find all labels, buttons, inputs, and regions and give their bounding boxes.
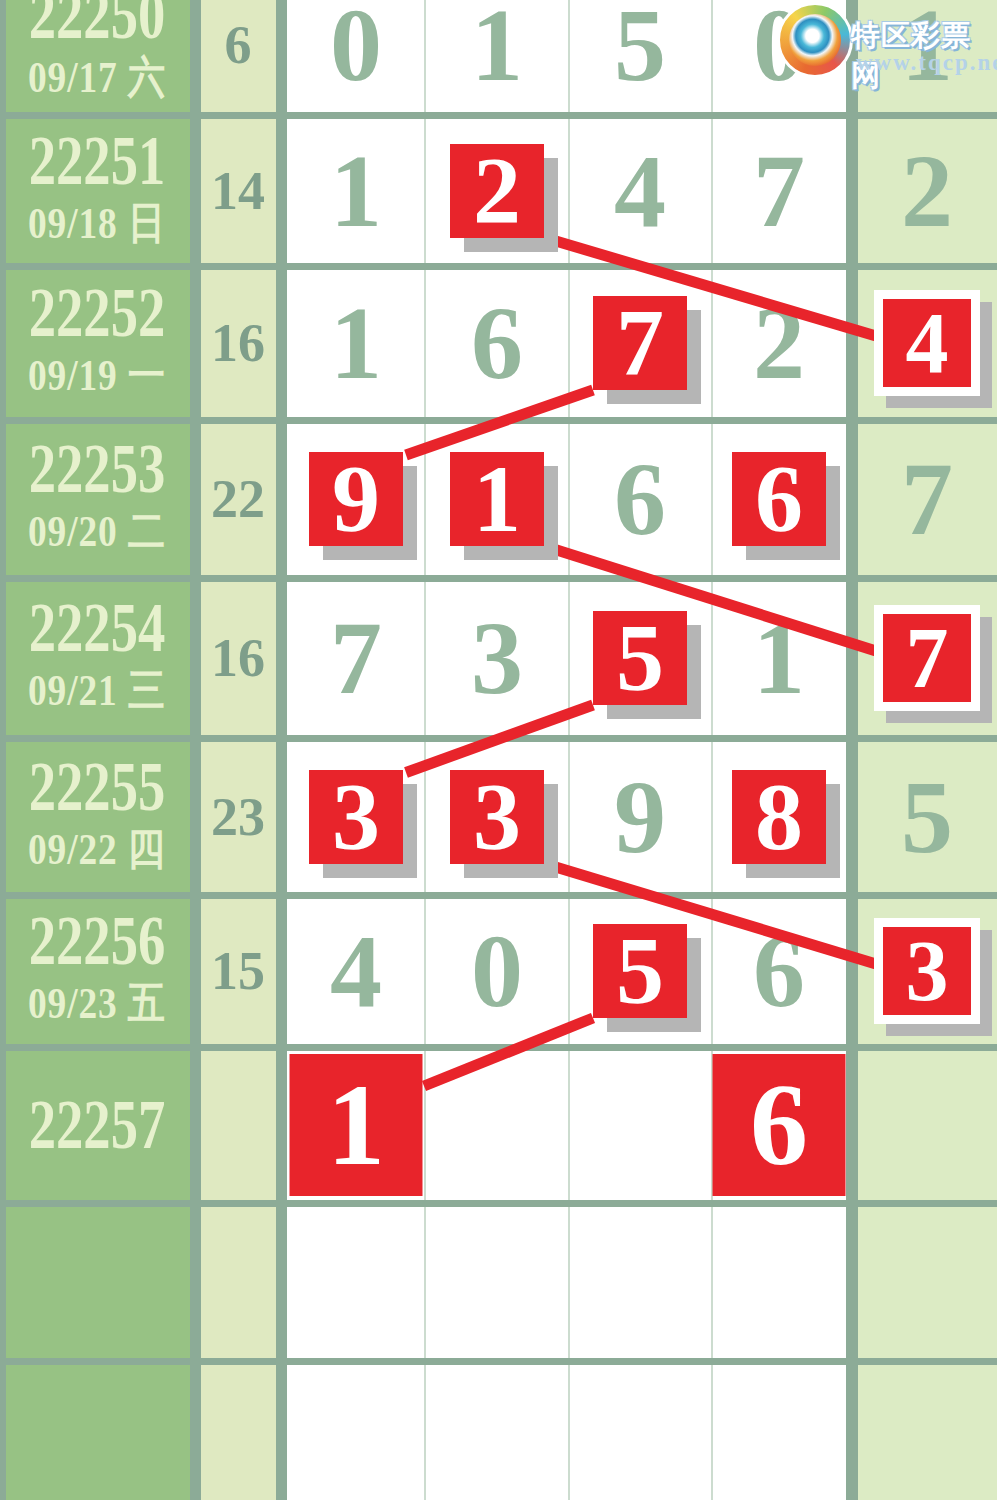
site-url[interactable]: www.tqcp.net [856, 50, 997, 76]
hot-digit-box: 1 [450, 452, 544, 546]
connector-line-6 [424, 1018, 593, 1086]
lottery-trend-chart-board: 特区彩票网 www.tqcp.net 2225009/17 六601501222… [0, 0, 997, 1500]
hot-extra-box: 3 [874, 918, 980, 1024]
hot-digit-box: 5 [593, 924, 687, 1018]
hot-digit-box: 7 [593, 296, 687, 390]
hot-digit-box: 2 [450, 144, 544, 238]
hot-digit-box: 5 [593, 611, 687, 705]
hot-digit-box: 8 [732, 770, 826, 864]
hot-digit-box: 6 [713, 1054, 846, 1196]
hot-extra-box: 4 [874, 290, 980, 396]
site-logo-swirl-icon[interactable] [777, 2, 853, 78]
hot-digit-box: 9 [309, 452, 403, 546]
hot-extra-box: 7 [874, 605, 980, 711]
hot-digit-box: 3 [450, 770, 544, 864]
hot-digit-box: 3 [309, 770, 403, 864]
hot-digit-box: 1 [290, 1054, 423, 1196]
hot-digit-box: 6 [732, 452, 826, 546]
